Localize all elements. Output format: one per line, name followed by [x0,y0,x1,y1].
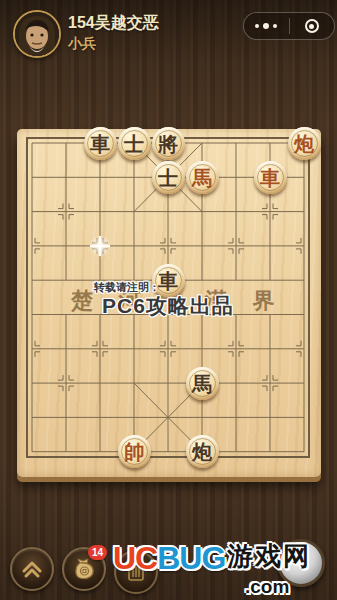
board-cell[interactable] [287,435,321,469]
board-cell[interactable] [49,195,83,229]
board-cell[interactable] [15,195,49,229]
board-cell[interactable] [253,229,287,263]
board-cell[interactable] [151,332,185,366]
board-cell[interactable] [49,400,83,434]
board-cell[interactable] [287,332,321,366]
board-cell[interactable] [15,229,49,263]
board-cell[interactable] [185,195,219,229]
board-cell[interactable]: 車 [83,126,117,160]
board-cell[interactable] [253,126,287,160]
board-cell[interactable] [253,332,287,366]
board-cell[interactable]: 馬 [185,366,219,400]
board-cell[interactable] [253,400,287,434]
black-piece[interactable]: 車 [84,127,117,160]
board-cell[interactable] [49,229,83,263]
board-cell[interactable] [15,263,49,297]
black-piece[interactable]: 炮 [186,435,219,468]
red-piece[interactable]: 車 [254,161,287,194]
board-cell[interactable] [83,160,117,194]
avatar-portrait [15,12,59,56]
board-cell[interactable] [151,229,185,263]
board-cell[interactable] [185,126,219,160]
board-cell[interactable] [185,332,219,366]
board-cell[interactable] [253,195,287,229]
watermark-com: .com [245,576,289,598]
board-cell[interactable] [151,366,185,400]
board-cell[interactable] [117,195,151,229]
board-cell[interactable] [15,400,49,434]
board-cell[interactable] [219,435,253,469]
red-piece[interactable]: 馬 [186,161,219,194]
target-circle-icon [305,19,319,33]
coin-badge: 14 [88,545,107,560]
board-cell[interactable] [287,160,321,194]
board-cell[interactable] [287,366,321,400]
board-cell[interactable] [287,297,321,331]
board-cell[interactable] [83,332,117,366]
watermark-cn: 游戏网 [227,541,311,571]
black-piece[interactable]: 士 [118,127,151,160]
board-cell[interactable] [287,400,321,434]
black-piece[interactable]: 將 [152,127,185,160]
board-cell[interactable] [49,332,83,366]
board-cell[interactable] [15,435,49,469]
board-cell[interactable] [15,366,49,400]
board-cell[interactable]: 帥 [117,435,151,469]
board-cell[interactable] [83,229,117,263]
board-cell[interactable] [219,366,253,400]
board-cell[interactable] [219,229,253,263]
board-cell[interactable]: 車 [253,160,287,194]
chevron-up-icon [20,559,44,579]
player-avatar [13,10,61,58]
site-watermark: UCBUG游戏网 .com [113,539,311,577]
board-cell[interactable]: 士 [151,160,185,194]
miniprogram-capsule [243,12,335,40]
board-cell[interactable] [49,366,83,400]
board-cell[interactable] [151,435,185,469]
red-piece[interactable]: 炮 [288,127,321,160]
board-cell[interactable] [219,160,253,194]
watermark-bug: BUG [157,540,225,576]
board-cell[interactable]: 馬 [185,160,219,194]
board-cell[interactable]: 炮 [185,435,219,469]
board-cell[interactable] [15,126,49,160]
board-cell[interactable] [49,435,83,469]
board-cell[interactable] [15,160,49,194]
board-cell[interactable] [15,297,49,331]
black-piece[interactable]: 士 [152,161,185,194]
watermark-brand: PC6攻略出品 [102,292,234,320]
collapse-menu-button[interactable] [10,547,54,591]
board-cell[interactable] [83,195,117,229]
watermark-uc: UC [113,540,157,576]
rank-label: 小兵 [68,35,96,53]
board-cell[interactable] [15,332,49,366]
board-cell[interactable] [219,400,253,434]
board-cell[interactable] [117,400,151,434]
board-cell[interactable] [117,366,151,400]
red-piece[interactable]: 帥 [118,435,151,468]
board-cell[interactable] [151,195,185,229]
board-cell[interactable] [151,400,185,434]
board-cell[interactable] [287,263,321,297]
game-screen: 154吴越交恶 小兵 車士將炮士馬車車馬帥炮 楚 河 漢 界 转载请注明： PC… [0,0,337,600]
coin-bag-button[interactable]: 14 [62,547,106,591]
board-cell[interactable] [185,400,219,434]
money-bag-icon [71,556,97,582]
board-cell[interactable] [185,229,219,263]
board-cell[interactable] [83,366,117,400]
more-button[interactable] [244,13,289,39]
level-title: 154吴越交恶 [68,13,159,34]
board-cell[interactable] [253,366,287,400]
move-highlight [89,235,111,257]
black-piece[interactable]: 馬 [186,367,219,400]
board-cell[interactable] [287,195,321,229]
board-cell[interactable] [219,332,253,366]
board-cell[interactable] [117,332,151,366]
board-cell[interactable] [49,160,83,194]
board-cell[interactable] [117,229,151,263]
board-cell[interactable]: 士 [117,126,151,160]
board-cell[interactable] [219,195,253,229]
board-cell[interactable] [117,160,151,194]
board-cell[interactable] [83,435,117,469]
more-icon [255,24,259,28]
board-cell[interactable] [253,435,287,469]
board-cell[interactable] [83,400,117,434]
board-cell[interactable] [49,126,83,160]
exit-button[interactable] [290,13,335,39]
board-cell[interactable]: 將 [151,126,185,160]
board-cell[interactable] [219,126,253,160]
board-cell[interactable]: 炮 [287,126,321,160]
board-cell[interactable] [287,229,321,263]
